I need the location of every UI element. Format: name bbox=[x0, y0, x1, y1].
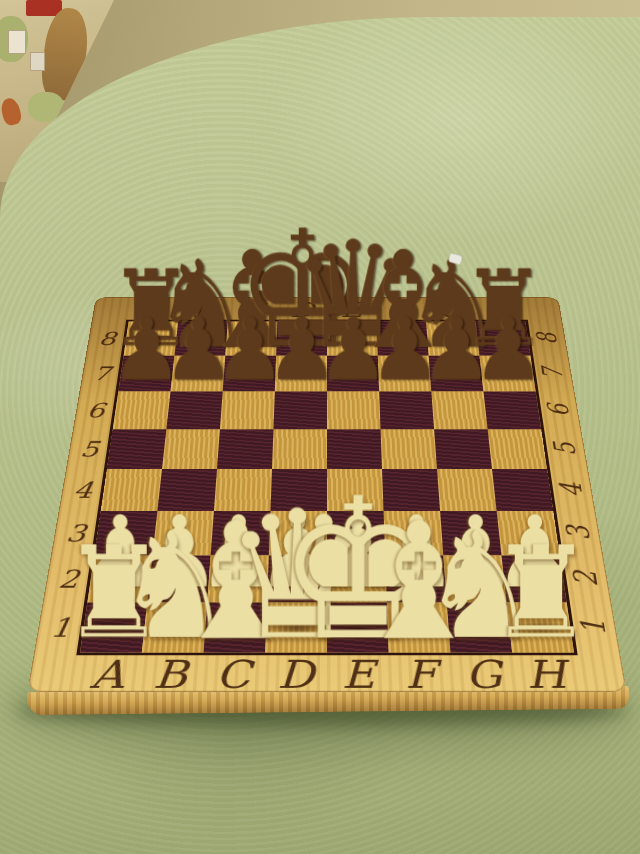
file-label-top-b: B bbox=[178, 297, 229, 321]
square-b5[interactable] bbox=[162, 429, 220, 469]
square-g5[interactable] bbox=[434, 429, 492, 469]
square-a5[interactable] bbox=[107, 429, 166, 469]
square-c5[interactable] bbox=[217, 429, 273, 469]
file-labels-bottom: ABCDEFGH bbox=[74, 653, 579, 692]
file-labels-top: ABCDEFGH bbox=[129, 297, 526, 321]
rank-label-right-5: 5 bbox=[535, 434, 594, 464]
square-a6[interactable] bbox=[113, 391, 171, 429]
board-3d-scene: ABCDEFGH ABCDEFGH 87654321 87654321 ♜♞♝♚… bbox=[0, 0, 640, 854]
file-label-top-a: A bbox=[129, 297, 181, 321]
file-label-top-g: G bbox=[424, 297, 475, 321]
square-e6[interactable] bbox=[327, 391, 381, 429]
chess-board: ABCDEFGH ABCDEFGH 87654321 87654321 ♜♞♝♚… bbox=[27, 297, 627, 692]
rank-label-left-6: 6 bbox=[73, 391, 118, 429]
rank-label-left-8: 8 bbox=[86, 322, 129, 356]
rank-label-left-7: 7 bbox=[79, 356, 123, 392]
square-f1[interactable]: ♝ bbox=[387, 603, 451, 653]
file-label-top-d: D bbox=[277, 297, 327, 321]
square-h1[interactable]: ♜ bbox=[507, 603, 574, 653]
playing-area-frame: ♜♞♝♚♛♝♞♜♟♟♟♟♟♟♟♟♟♟♟♟♟♟♟♟♜♞♝♛♚♝♞♜ bbox=[76, 320, 577, 656]
rank-label-right-8: 8 bbox=[520, 326, 574, 351]
file-label-top-c: C bbox=[228, 297, 278, 321]
square-f6[interactable] bbox=[379, 391, 434, 429]
rank-label-right-7: 7 bbox=[525, 360, 581, 387]
square-d6[interactable] bbox=[273, 391, 327, 429]
file-label-top-e: E bbox=[327, 297, 377, 321]
rank-label-left-5: 5 bbox=[66, 429, 113, 469]
square-c1[interactable]: ♝ bbox=[204, 603, 268, 653]
file-label-top-f: F bbox=[376, 297, 426, 321]
rank-label-right-6: 6 bbox=[530, 396, 587, 424]
file-label-top-h: H bbox=[473, 297, 525, 321]
square-g6[interactable] bbox=[431, 391, 487, 429]
white-bishop-f1[interactable]: ♝ bbox=[352, 500, 486, 662]
square-b6[interactable] bbox=[166, 391, 222, 429]
photo-scene: ABCDEFGH ABCDEFGH 87654321 87654321 ♜♞♝♚… bbox=[0, 0, 640, 854]
square-c6[interactable] bbox=[220, 391, 275, 429]
square-a1[interactable]: ♜ bbox=[80, 603, 147, 653]
